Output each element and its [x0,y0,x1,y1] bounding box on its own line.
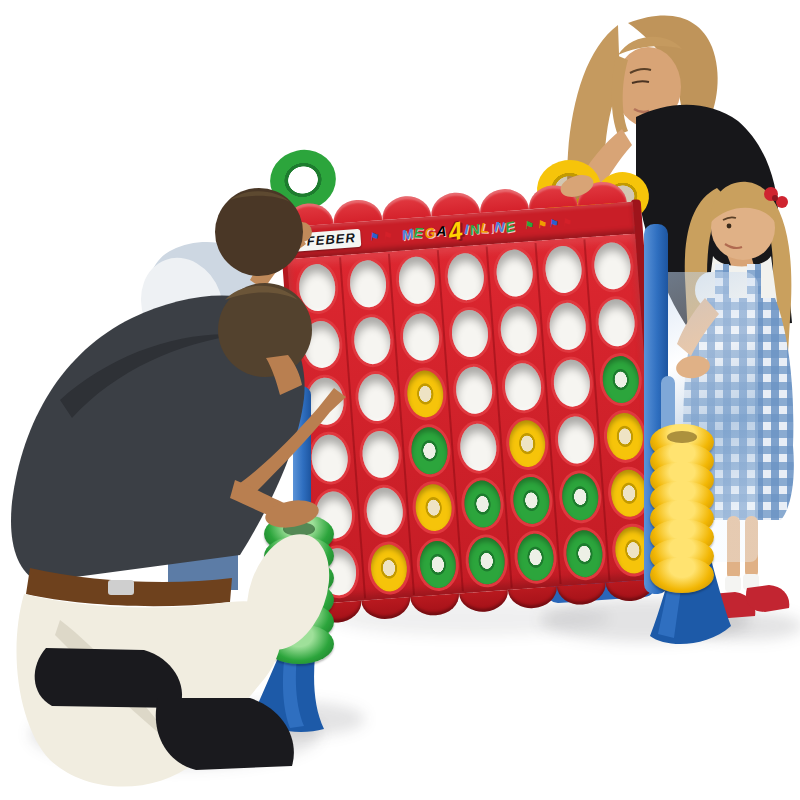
green-disc [409,426,448,476]
cell-r6c3[interactable] [409,534,464,595]
cell-r4c5[interactable] [498,413,553,474]
empty-hole [458,422,497,472]
title-letter: G [423,225,436,241]
cell-r1c6[interactable] [535,239,590,300]
empty-hole [556,415,595,465]
empty-hole [397,256,436,306]
man-shoe [156,698,294,770]
cell-r5c3[interactable] [405,477,460,538]
green-disc [564,529,603,579]
scallop-arc [410,594,460,618]
cell-r3c3[interactable] [396,364,451,425]
green-disc [467,536,506,586]
empty-hole [494,248,533,298]
man-figure [11,283,346,787]
cell-r2c4[interactable] [441,303,496,364]
boy-head [215,188,303,276]
cell-r3c5[interactable] [494,357,549,418]
cell-r6c4[interactable] [458,531,513,592]
empty-hole [360,430,399,480]
yellow-disc-stack [650,424,714,593]
empty-hole [503,362,542,412]
title-letter: E [414,225,424,239]
cell-r6c6[interactable] [555,524,610,585]
green-disc [462,479,501,529]
cell-r1c7[interactable] [583,236,638,297]
cell-r4c3[interactable] [400,421,455,482]
scallop-arc [479,187,529,213]
title-letter: E [504,219,516,235]
yellow-disc [405,369,444,419]
green-disc [601,355,640,405]
yellow-disc [413,483,452,533]
empty-hole [592,241,631,291]
green-disc [515,533,554,583]
cell-r1c4[interactable] [437,246,492,307]
empty-hole [450,309,489,359]
yellow-disc [369,543,408,593]
cell-r1c3[interactable] [388,250,443,311]
empty-hole [356,373,395,423]
empty-hole [499,305,538,355]
cell-r3c6[interactable] [543,353,598,414]
cell-r6c2[interactable] [360,538,415,599]
banner-flags-left: ⚑⚑ [368,230,393,243]
cell-r5c5[interactable] [502,470,557,531]
flag-icon: ⚑ [536,218,547,230]
yellow-disc [605,412,644,462]
cell-r5c2[interactable] [356,481,411,542]
man-and-boy-figures [0,150,360,790]
cell-r4c4[interactable] [449,417,504,478]
cell-r2c5[interactable] [490,300,545,361]
banner-flags-right: ⚑⚑⚑⚑ [523,217,574,232]
girl-shoe [746,585,789,612]
scene: FEBER ⚑⚑ MEGA4INLINE ⚑⚑⚑⚑ [0,0,800,800]
green-disc [418,540,457,590]
flag-icon: ⚑ [369,231,380,243]
scallop-arc [361,597,411,621]
yellow-disc [609,469,648,519]
green-disc [511,476,550,526]
game-title: MEGA4INLINE [400,214,515,247]
title-letter: M [400,226,414,242]
man-belt-buckle [108,580,134,595]
cell-r5c6[interactable] [551,467,606,528]
empty-hole [543,245,582,295]
flag-icon: ⚑ [562,217,573,229]
cell-r3c7[interactable] [592,349,647,410]
cell-r1c5[interactable] [486,243,541,304]
empty-hole [548,302,587,352]
flag-icon: ⚑ [549,218,560,230]
cell-r3c4[interactable] [445,360,500,421]
title-letter: N [468,222,481,238]
empty-hole [454,366,493,416]
cell-r4c7[interactable] [596,406,651,467]
yellow-disc [507,419,546,469]
cell-r2c7[interactable] [588,293,643,354]
cell-r6c5[interactable] [507,527,562,588]
empty-hole [401,312,440,362]
cell-r4c6[interactable] [547,410,602,471]
flag-icon: ⚑ [382,230,393,242]
empty-hole [596,298,635,348]
scallop-arc [508,586,558,610]
green-disc [560,472,599,522]
scallop-arc [459,590,509,614]
title-letter: 4 [446,217,464,244]
yellow-spare-disc [650,557,714,593]
title-letter: A [436,224,447,238]
cell-r2c6[interactable] [539,296,594,357]
cell-r2c3[interactable] [392,307,447,368]
empty-hole [552,358,591,408]
empty-hole [446,252,485,302]
empty-hole [365,487,404,537]
scallop-arc [381,195,431,221]
scallop-arc [557,583,607,607]
scallop-arc [430,191,480,217]
cell-r5c4[interactable] [453,474,508,535]
flag-icon: ⚑ [523,219,534,231]
